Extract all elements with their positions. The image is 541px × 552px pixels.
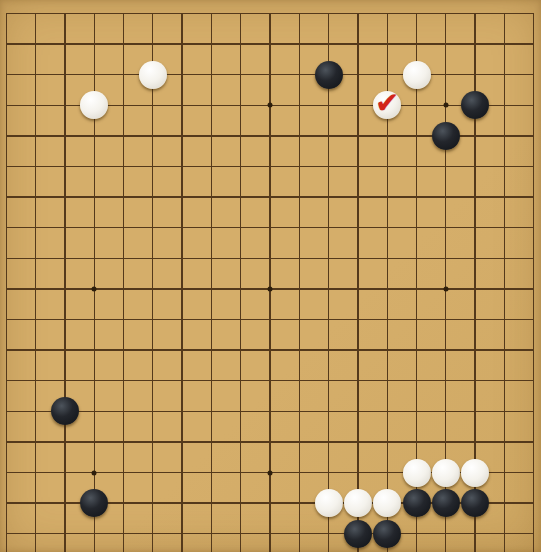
black-stone	[373, 520, 401, 548]
grid-line-horizontal	[6, 349, 535, 350]
grid-line-horizontal	[6, 411, 535, 412]
white-stone	[80, 91, 108, 119]
grid-line-horizontal	[6, 441, 535, 442]
app-screenshot: ✔	[0, 0, 541, 552]
star-point	[443, 286, 448, 291]
black-stone	[80, 489, 108, 517]
white-stone	[403, 61, 431, 89]
star-point	[268, 470, 273, 475]
white-stone	[315, 489, 343, 517]
grid-line-vertical	[533, 14, 534, 552]
star-point	[268, 103, 273, 108]
star-point	[92, 470, 97, 475]
white-stone	[432, 459, 460, 487]
star-point	[92, 286, 97, 291]
black-stone	[461, 489, 489, 517]
black-stone	[432, 122, 460, 150]
star-point	[443, 103, 448, 108]
grid-line-horizontal	[6, 319, 535, 320]
go-board[interactable]: ✔	[0, 0, 541, 552]
black-stone	[315, 61, 343, 89]
black-stone	[461, 91, 489, 119]
black-stone	[344, 520, 372, 548]
black-stone	[403, 489, 431, 517]
white-stone	[403, 459, 431, 487]
grid-line-vertical	[504, 14, 505, 552]
white-stone	[344, 489, 372, 517]
black-stone	[432, 489, 460, 517]
white-stone	[373, 489, 401, 517]
white-stone	[139, 61, 167, 89]
grid-line-horizontal	[6, 380, 535, 381]
check-icon: ✔	[375, 89, 399, 118]
white-stone: ✔	[373, 91, 401, 119]
star-point	[268, 286, 273, 291]
black-stone	[51, 397, 79, 425]
white-stone	[461, 459, 489, 487]
grid-line-horizontal	[6, 533, 535, 534]
